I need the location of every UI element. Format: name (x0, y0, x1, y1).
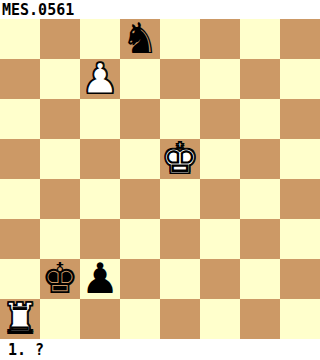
square-c6[interactable] (80, 99, 120, 139)
square-a5[interactable] (0, 139, 40, 179)
chess-board: ♞♟♚♚♟♜ (0, 19, 320, 339)
square-d4[interactable] (120, 179, 160, 219)
square-h4[interactable] (280, 179, 320, 219)
square-g3[interactable] (240, 219, 280, 259)
square-b6[interactable] (40, 99, 80, 139)
square-d1[interactable] (120, 299, 160, 339)
square-b1[interactable] (40, 299, 80, 339)
square-d2[interactable] (120, 259, 160, 299)
piece-black-knight-d8: ♞ (121, 18, 159, 60)
square-e6[interactable] (160, 99, 200, 139)
square-h1[interactable] (280, 299, 320, 339)
square-f2[interactable] (200, 259, 240, 299)
square-a7[interactable] (0, 59, 40, 99)
square-c1[interactable] (80, 299, 120, 339)
square-c5[interactable] (80, 139, 120, 179)
square-d8[interactable]: ♞ (120, 19, 160, 59)
piece-white-king-e5: ♚ (161, 138, 199, 180)
square-a8[interactable] (0, 19, 40, 59)
square-d5[interactable] (120, 139, 160, 179)
piece-black-king-b2: ♚ (41, 258, 79, 300)
square-c4[interactable] (80, 179, 120, 219)
square-a2[interactable] (0, 259, 40, 299)
square-c8[interactable] (80, 19, 120, 59)
square-g1[interactable] (240, 299, 280, 339)
square-a4[interactable] (0, 179, 40, 219)
square-e1[interactable] (160, 299, 200, 339)
square-g7[interactable] (240, 59, 280, 99)
square-f3[interactable] (200, 219, 240, 259)
piece-black-pawn-c2: ♟ (81, 258, 119, 300)
square-b7[interactable] (40, 59, 80, 99)
piece-white-pawn-c7: ♟ (81, 58, 119, 100)
square-e4[interactable] (160, 179, 200, 219)
title-bar: MES.0561 (0, 0, 320, 19)
square-a6[interactable] (0, 99, 40, 139)
square-c7[interactable]: ♟ (80, 59, 120, 99)
square-h3[interactable] (280, 219, 320, 259)
square-e8[interactable] (160, 19, 200, 59)
move-prompt-text: 1. ? (8, 341, 44, 359)
square-f4[interactable] (200, 179, 240, 219)
square-e5[interactable]: ♚ (160, 139, 200, 179)
square-f5[interactable] (200, 139, 240, 179)
square-c2[interactable]: ♟ (80, 259, 120, 299)
square-f8[interactable] (200, 19, 240, 59)
square-g5[interactable] (240, 139, 280, 179)
square-e2[interactable] (160, 259, 200, 299)
square-d3[interactable] (120, 219, 160, 259)
square-a1[interactable]: ♜ (0, 299, 40, 339)
square-h7[interactable] (280, 59, 320, 99)
square-h2[interactable] (280, 259, 320, 299)
square-e3[interactable] (160, 219, 200, 259)
square-b5[interactable] (40, 139, 80, 179)
square-g2[interactable] (240, 259, 280, 299)
square-d7[interactable] (120, 59, 160, 99)
square-g8[interactable] (240, 19, 280, 59)
square-b3[interactable] (40, 219, 80, 259)
square-b8[interactable] (40, 19, 80, 59)
square-h8[interactable] (280, 19, 320, 59)
square-h6[interactable] (280, 99, 320, 139)
square-b2[interactable]: ♚ (40, 259, 80, 299)
square-h5[interactable] (280, 139, 320, 179)
square-f6[interactable] (200, 99, 240, 139)
square-a3[interactable] (0, 219, 40, 259)
square-g4[interactable] (240, 179, 280, 219)
move-prompt-bar: 1. ? (0, 339, 320, 360)
square-f7[interactable] (200, 59, 240, 99)
square-d6[interactable] (120, 99, 160, 139)
piece-white-rook-a1: ♜ (1, 298, 39, 340)
square-e7[interactable] (160, 59, 200, 99)
puzzle-id: MES.0561 (2, 1, 74, 19)
square-f1[interactable] (200, 299, 240, 339)
square-c3[interactable] (80, 219, 120, 259)
square-b4[interactable] (40, 179, 80, 219)
square-g6[interactable] (240, 99, 280, 139)
